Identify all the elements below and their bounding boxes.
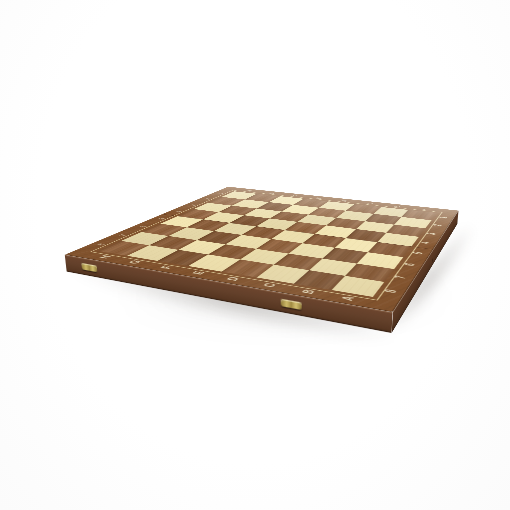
square-a4 — [378, 233, 419, 247]
product-photo-scene: HGFEDCBA HGFEDCBA 12345678 12345678 — [0, 0, 510, 510]
square-g7 — [149, 236, 197, 250]
square-h7 — [121, 232, 169, 245]
square-c7 — [273, 253, 322, 270]
rank-label-8: 8 — [80, 239, 122, 250]
square-b7 — [308, 258, 357, 276]
square-e7 — [208, 244, 256, 259]
square-c8 — [256, 265, 308, 284]
square-d8 — [222, 260, 274, 278]
brass-hinge-icon — [280, 299, 301, 310]
square-e8 — [188, 255, 240, 272]
square-f7 — [178, 240, 226, 255]
square-g8 — [127, 245, 178, 261]
square-e6 — [226, 235, 272, 249]
square-f8 — [157, 250, 208, 266]
square-b5 — [334, 238, 377, 252]
square-f6 — [197, 231, 242, 244]
square-a8 — [332, 276, 384, 297]
square-a6 — [357, 252, 403, 269]
square-c5 — [302, 234, 345, 248]
square-b4 — [346, 229, 387, 242]
brass-hinge-icon — [81, 263, 97, 272]
square-a7 — [345, 263, 394, 282]
square-c6 — [289, 243, 335, 258]
square-b8 — [293, 270, 345, 290]
square-d7 — [240, 249, 289, 265]
square-a5 — [368, 242, 411, 257]
fold-seam-side — [432, 249, 433, 266]
square-h8 — [98, 241, 149, 256]
chess-board: HGFEDCBA HGFEDCBA 12345678 12345678 — [65, 187, 459, 312]
square-d5 — [271, 230, 314, 243]
square-d6 — [257, 239, 303, 253]
rank-label-7: 7 — [103, 230, 143, 240]
board-3d-stage: HGFEDCBA HGFEDCBA 12345678 12345678 — [138, 83, 432, 377]
square-b6 — [322, 248, 368, 264]
